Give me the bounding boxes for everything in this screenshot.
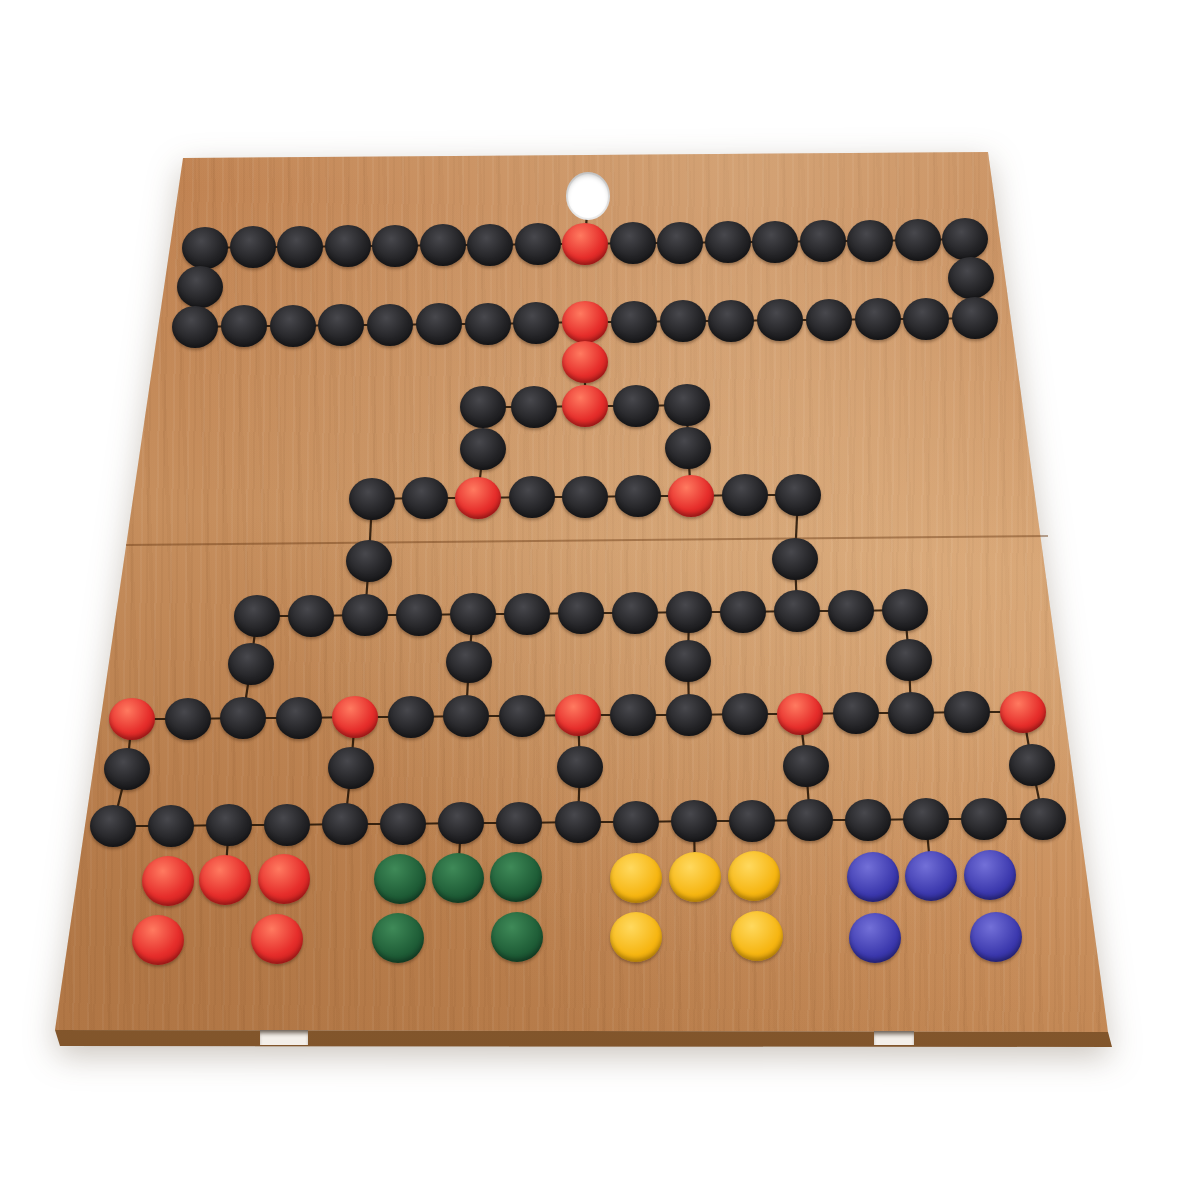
t3l[interactable] <box>460 428 506 470</box>
r4c7[interactable] <box>722 474 768 516</box>
r6c0[interactable] <box>109 698 155 740</box>
t5a[interactable] <box>228 643 274 685</box>
r3c0[interactable] <box>460 386 506 428</box>
r2c8[interactable] <box>562 301 608 343</box>
r2c12[interactable] <box>757 299 803 341</box>
r5c2[interactable] <box>342 594 388 636</box>
r1c12[interactable] <box>752 221 798 263</box>
r7c15[interactable] <box>961 798 1007 840</box>
r5c6[interactable] <box>558 592 604 634</box>
r1c16[interactable] <box>942 218 988 260</box>
r1c5[interactable] <box>420 224 466 266</box>
r6c15[interactable] <box>944 691 990 733</box>
r5c9[interactable] <box>720 591 766 633</box>
r3c3[interactable] <box>613 385 659 427</box>
t3r[interactable] <box>665 427 711 469</box>
r6c3[interactable] <box>276 697 322 739</box>
r6c16[interactable] <box>1000 691 1046 733</box>
r6c11[interactable] <box>722 693 768 735</box>
r4c1[interactable] <box>402 477 448 519</box>
t6c[interactable] <box>557 746 603 788</box>
r7c11[interactable] <box>729 800 775 842</box>
hy0[interactable] <box>610 853 662 903</box>
r3c1[interactable] <box>511 386 557 428</box>
r3c2[interactable] <box>562 385 608 427</box>
r2c11[interactable] <box>708 300 754 342</box>
t5b[interactable] <box>446 641 492 683</box>
r7c14[interactable] <box>903 798 949 840</box>
r2c5[interactable] <box>416 303 462 345</box>
hr2[interactable] <box>258 854 310 904</box>
r4c0[interactable] <box>349 478 395 520</box>
r1c15[interactable] <box>895 219 941 261</box>
t5c[interactable] <box>665 640 711 682</box>
r1c6[interactable] <box>467 224 513 266</box>
r4c8[interactable] <box>775 474 821 516</box>
r5c10[interactable] <box>774 590 820 632</box>
r4c2[interactable] <box>455 477 501 519</box>
r2c9[interactable] <box>611 301 657 343</box>
r7c9[interactable] <box>613 801 659 843</box>
r7c0[interactable] <box>90 805 136 847</box>
r2c13[interactable] <box>806 299 852 341</box>
hy4[interactable] <box>731 911 783 961</box>
r2c1[interactable] <box>221 305 267 347</box>
r2c10[interactable] <box>660 300 706 342</box>
board-nodes <box>0 0 1200 1200</box>
edge-notch-1 <box>874 1031 914 1045</box>
r7c2[interactable] <box>206 804 252 846</box>
m2[interactable] <box>562 341 608 383</box>
r1c4[interactable] <box>372 225 418 267</box>
r7c12[interactable] <box>787 799 833 841</box>
r2c7[interactable] <box>513 302 559 344</box>
hb3[interactable] <box>849 913 901 963</box>
hr0[interactable] <box>142 856 194 906</box>
r5c12[interactable] <box>882 589 928 631</box>
r7c1[interactable] <box>148 805 194 847</box>
r5c1[interactable] <box>288 595 334 637</box>
r1c13[interactable] <box>800 220 846 262</box>
t5d[interactable] <box>886 639 932 681</box>
edge-notch-0 <box>260 1030 308 1045</box>
hr1[interactable] <box>199 855 251 905</box>
r2c15[interactable] <box>903 298 949 340</box>
r6c7[interactable] <box>499 695 545 737</box>
t1l[interactable] <box>177 266 223 308</box>
hr4[interactable] <box>251 914 303 964</box>
r4c5[interactable] <box>615 475 661 517</box>
r1c3[interactable] <box>325 225 371 267</box>
r7c4[interactable] <box>322 803 368 845</box>
r5c8[interactable] <box>666 591 712 633</box>
hy2[interactable] <box>728 851 780 901</box>
r2c6[interactable] <box>465 303 511 345</box>
hg3[interactable] <box>372 913 424 963</box>
r2c16[interactable] <box>952 297 998 339</box>
r3c4[interactable] <box>664 384 710 426</box>
hb2[interactable] <box>964 850 1016 900</box>
r7c3[interactable] <box>264 804 310 846</box>
t6b[interactable] <box>328 747 374 789</box>
r6c8[interactable] <box>555 694 601 736</box>
r1c9[interactable] <box>610 222 656 264</box>
t6d[interactable] <box>783 745 829 787</box>
r4c3[interactable] <box>509 476 555 518</box>
t6a[interactable] <box>104 748 150 790</box>
r6c6[interactable] <box>443 695 489 737</box>
r6c1[interactable] <box>165 698 211 740</box>
r1c8[interactable] <box>562 223 608 265</box>
r2c2[interactable] <box>270 305 316 347</box>
r1c2[interactable] <box>277 226 323 268</box>
r5c4[interactable] <box>450 593 496 635</box>
r7c10[interactable] <box>671 800 717 842</box>
r4c4[interactable] <box>562 476 608 518</box>
t4l[interactable] <box>346 540 392 582</box>
hg4[interactable] <box>491 912 543 962</box>
r1c11[interactable] <box>705 221 751 263</box>
hb1[interactable] <box>905 851 957 901</box>
r2c3[interactable] <box>318 304 364 346</box>
r1c1[interactable] <box>230 226 276 268</box>
r6c4[interactable] <box>332 696 378 738</box>
r6c13[interactable] <box>833 692 879 734</box>
photo-canvas <box>0 0 1200 1200</box>
hb0[interactable] <box>847 852 899 902</box>
hanging-hole <box>566 172 610 220</box>
r5c5[interactable] <box>504 593 550 635</box>
r1c14[interactable] <box>847 220 893 262</box>
hg1[interactable] <box>432 853 484 903</box>
r2c14[interactable] <box>855 298 901 340</box>
r6c5[interactable] <box>388 696 434 738</box>
hb4[interactable] <box>970 912 1022 962</box>
t4r[interactable] <box>772 538 818 580</box>
r7c7[interactable] <box>496 802 542 844</box>
r1c0[interactable] <box>182 227 228 269</box>
r7c5[interactable] <box>380 803 426 845</box>
r1c7[interactable] <box>515 223 561 265</box>
hr3[interactable] <box>132 915 184 965</box>
t1r[interactable] <box>948 257 994 299</box>
hg0[interactable] <box>374 854 426 904</box>
r6c2[interactable] <box>220 697 266 739</box>
r7c8[interactable] <box>555 801 601 843</box>
hy3[interactable] <box>610 912 662 962</box>
r5c0[interactable] <box>234 595 280 637</box>
r4c6[interactable] <box>668 475 714 517</box>
hg2[interactable] <box>490 852 542 902</box>
r6c9[interactable] <box>610 694 656 736</box>
t6e[interactable] <box>1009 744 1055 786</box>
r1c10[interactable] <box>657 222 703 264</box>
r5c3[interactable] <box>396 594 442 636</box>
r2c0[interactable] <box>172 306 218 348</box>
r7c6[interactable] <box>438 802 484 844</box>
r2c4[interactable] <box>367 304 413 346</box>
hy1[interactable] <box>669 852 721 902</box>
r5c7[interactable] <box>612 592 658 634</box>
r6c10[interactable] <box>666 694 712 736</box>
board <box>0 0 1200 1200</box>
r5c11[interactable] <box>828 590 874 632</box>
r7c13[interactable] <box>845 799 891 841</box>
r6c12[interactable] <box>777 693 823 735</box>
r6c14[interactable] <box>888 692 934 734</box>
r7c16[interactable] <box>1020 798 1066 840</box>
